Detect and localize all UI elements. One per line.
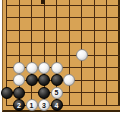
stone-black-B1-move-2: 2 [13,99,25,111]
grid-hline-row7 [6,30,120,31]
stone-white-C4 [26,62,38,74]
star-point-marker [41,0,45,4]
stone-black-B2 [13,87,25,99]
stone-black-C3 [26,74,38,86]
stone-white-F3 [63,74,75,86]
grid-hline-row5 [6,55,120,56]
go-diagram-page: 52134 [0,0,120,120]
move-number-label: 2 [17,102,21,109]
stone-black-A2 [1,87,13,99]
stone-white-G5 [76,49,88,61]
move-number-label: 4 [55,102,59,109]
move-number-label: 5 [55,89,59,96]
stone-black-D3 [38,74,50,86]
stone-black-E1-move-4: 4 [51,99,63,111]
stone-white-E2-move-5: 5 [51,87,63,99]
move-number-label: 1 [30,102,34,109]
go-board: 52134 [2,0,120,112]
stone-white-E4 [51,62,63,74]
stone-white-C1-move-1: 1 [26,99,38,111]
stone-white-D1-move-3: 3 [38,99,50,111]
stone-black-D2 [38,87,50,99]
grid-hline-row6 [6,42,120,43]
grid-vline-J [106,0,107,105]
stone-white-B4 [13,62,25,74]
grid-hline-row8 [6,17,120,18]
grid-vline-C [31,0,32,105]
stone-black-E3 [51,74,63,86]
stone-white-D4 [38,62,50,74]
grid-vline-H [94,0,95,105]
grid-vline-K [118,0,120,105]
move-number-label: 3 [42,102,46,109]
grid-vline-F [69,0,70,105]
grid-hline-row9 [6,5,120,6]
stone-white-B3 [13,74,25,86]
